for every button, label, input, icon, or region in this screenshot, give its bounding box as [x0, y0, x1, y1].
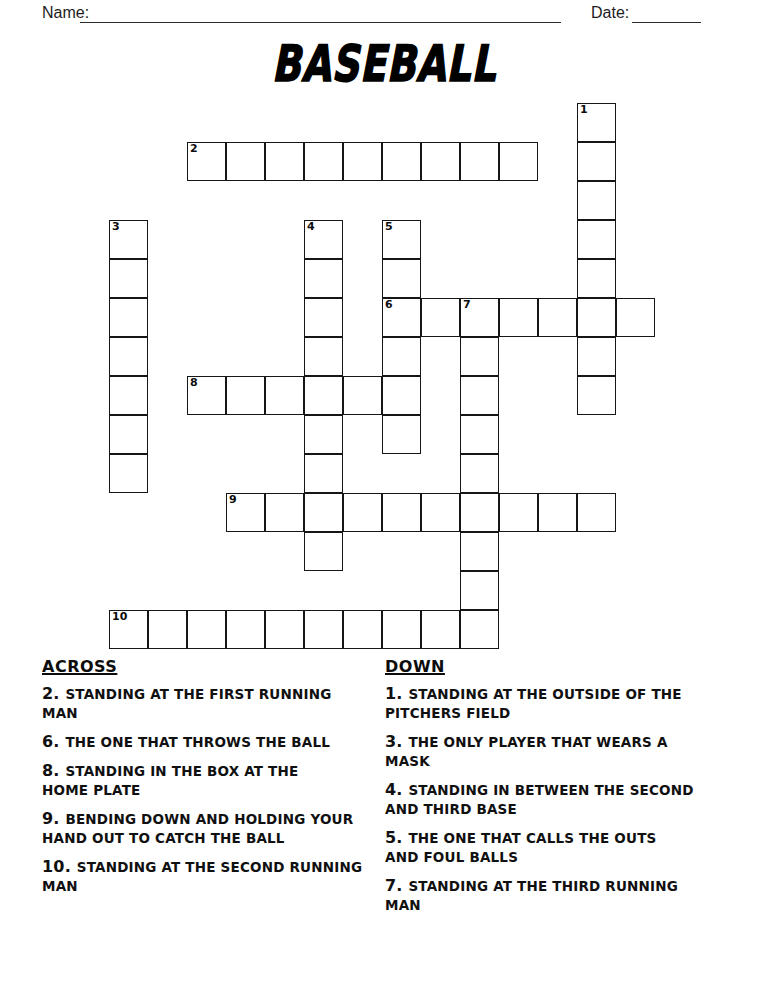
empty-space: [421, 259, 460, 298]
empty-space: [616, 376, 655, 415]
cell-number-4: 4: [307, 220, 315, 233]
down-clue-4: 4. STANDING IN BETWEEN THE SECOND AND TH…: [385, 780, 735, 819]
cell-number-8: 8: [190, 376, 198, 389]
grid-cell-r10c9[interactable]: [460, 493, 499, 532]
grid-cell-r11c9[interactable]: [460, 532, 499, 571]
name-label: Name:: [42, 4, 89, 22]
grid-cell-r10c5[interactable]: [304, 493, 343, 532]
empty-space: [304, 571, 343, 610]
grid-cell-r5c13[interactable]: [616, 298, 655, 337]
grid-cell-r6c5[interactable]: [304, 337, 343, 376]
grid-cell-r13c1[interactable]: [148, 610, 187, 649]
empty-space: [148, 259, 187, 298]
grid-cell-r1c12[interactable]: [577, 142, 616, 181]
empty-space: [538, 454, 577, 493]
grid-cell-r13c4[interactable]: [265, 610, 304, 649]
grid-cell-r9c0[interactable]: [109, 454, 148, 493]
empty-space: [460, 220, 499, 259]
grid-cell-r3c5[interactable]: 4: [304, 220, 343, 259]
empty-space: [499, 571, 538, 610]
grid-cell-r5c9[interactable]: 7: [460, 298, 499, 337]
grid-cell-r1c4[interactable]: [265, 142, 304, 181]
down-clue-5: 5. THE ONE THAT CALLS THE OUTS AND FOUL …: [385, 828, 735, 867]
clue-text: THE ONLY PLAYER THAT WEARS A MASK: [385, 734, 668, 769]
empty-space: [343, 103, 382, 142]
empty-space: [226, 259, 265, 298]
grid-cell-r10c10[interactable]: [499, 493, 538, 532]
empty-space: [538, 142, 577, 181]
empty-space: [538, 220, 577, 259]
empty-space: [148, 103, 187, 142]
cell-number-3: 3: [112, 220, 120, 233]
empty-space: [538, 532, 577, 571]
empty-space: [265, 532, 304, 571]
grid-cell-r9c9[interactable]: [460, 454, 499, 493]
clue-number: 9.: [42, 809, 65, 828]
empty-space: [577, 532, 616, 571]
grid-cell-r4c0[interactable]: [109, 259, 148, 298]
clue-text: STANDING IN BETWEEN THE SECOND AND THIRD…: [385, 782, 694, 817]
empty-space: [382, 532, 421, 571]
empty-space: [109, 103, 148, 142]
empty-space: [187, 532, 226, 571]
empty-space: [187, 298, 226, 337]
empty-space: [187, 493, 226, 532]
empty-space: [148, 415, 187, 454]
grid-cell-r7c6[interactable]: [343, 376, 382, 415]
empty-space: [421, 337, 460, 376]
empty-space: [421, 103, 460, 142]
down-clue-1: 1. STANDING AT THE OUTSIDE OF THE PITCHE…: [385, 684, 735, 723]
empty-space: [265, 220, 304, 259]
grid-cell-r7c12[interactable]: [577, 376, 616, 415]
clue-text: STANDING AT THE THIRD RUNNING MAN: [385, 878, 678, 913]
empty-space: [148, 493, 187, 532]
clue-number: 4.: [385, 780, 408, 799]
empty-space: [499, 220, 538, 259]
empty-space: [265, 454, 304, 493]
empty-space: [616, 220, 655, 259]
empty-space: [616, 493, 655, 532]
grid-cell-r6c12[interactable]: [577, 337, 616, 376]
empty-space: [148, 454, 187, 493]
clue-number: 5.: [385, 828, 408, 847]
grid-cell-r7c5[interactable]: [304, 376, 343, 415]
grid-cell-r1c3[interactable]: [226, 142, 265, 181]
across-clue-6: 6. THE ONE THAT THROWS THE BALL: [42, 732, 377, 752]
grid-cell-r2c12[interactable]: [577, 181, 616, 220]
empty-space: [499, 103, 538, 142]
empty-space: [499, 454, 538, 493]
empty-space: [577, 415, 616, 454]
empty-space: [499, 181, 538, 220]
grid-cell-r7c7[interactable]: [382, 376, 421, 415]
grid-cell-r1c2[interactable]: 2: [187, 142, 226, 181]
clue-number: 6.: [42, 732, 65, 751]
empty-space: [148, 220, 187, 259]
empty-space: [538, 376, 577, 415]
empty-space: [577, 454, 616, 493]
grid-cell-r10c12[interactable]: [577, 493, 616, 532]
date-label: Date:: [591, 4, 629, 22]
grid-cell-r1c6[interactable]: [343, 142, 382, 181]
grid-cell-r4c7[interactable]: [382, 259, 421, 298]
crossword-grid: 12345678910: [109, 103, 655, 649]
empty-space: [421, 376, 460, 415]
across-clue-9: 9. BENDING DOWN AND HOLDING YOUR HAND OU…: [42, 809, 377, 848]
grid-cell-r3c12[interactable]: [577, 220, 616, 259]
empty-space: [226, 415, 265, 454]
empty-space: [616, 181, 655, 220]
empty-space: [265, 298, 304, 337]
grid-cell-r13c3[interactable]: [226, 610, 265, 649]
clue-text: STANDING AT THE FIRST RUNNING MAN: [42, 686, 332, 721]
grid-cell-r11c5[interactable]: [304, 532, 343, 571]
empty-space: [226, 571, 265, 610]
worksheet-page: Name: Date: BASEBALL 12345678910 Across …: [0, 0, 768, 994]
empty-space: [343, 259, 382, 298]
empty-space: [187, 571, 226, 610]
empty-space: [343, 181, 382, 220]
clue-text: STANDING AT THE OUTSIDE OF THE PITCHERS …: [385, 686, 682, 721]
grid-cell-r6c7[interactable]: [382, 337, 421, 376]
empty-space: [187, 259, 226, 298]
empty-space: [499, 376, 538, 415]
across-heading: Across: [42, 657, 377, 676]
empty-space: [226, 220, 265, 259]
grid-cell-r7c9[interactable]: [460, 376, 499, 415]
across-clue-list: 2. STANDING AT THE FIRST RUNNING MAN6. T…: [42, 684, 377, 896]
empty-space: [616, 454, 655, 493]
empty-space: [616, 415, 655, 454]
grid-cell-r4c12[interactable]: [577, 259, 616, 298]
empty-space: [577, 571, 616, 610]
grid-cell-r10c8[interactable]: [421, 493, 460, 532]
empty-space: [265, 181, 304, 220]
grid-cell-r3c7[interactable]: 5: [382, 220, 421, 259]
clue-text: THE ONE THAT CALLS THE OUTS AND FOUL BAL…: [385, 830, 657, 865]
empty-space: [616, 571, 655, 610]
grid-cell-r5c10[interactable]: [499, 298, 538, 337]
empty-space: [538, 337, 577, 376]
cell-number-1: 1: [580, 103, 588, 116]
cell-number-10: 10: [112, 610, 127, 623]
empty-space: [538, 103, 577, 142]
empty-space: [382, 454, 421, 493]
grid-cell-r7c3[interactable]: [226, 376, 265, 415]
empty-space: [499, 259, 538, 298]
grid-cell-r13c0[interactable]: 10: [109, 610, 148, 649]
empty-space: [109, 532, 148, 571]
empty-space: [265, 259, 304, 298]
empty-space: [109, 142, 148, 181]
empty-space: [148, 142, 187, 181]
grid-cell-r13c9[interactable]: [460, 610, 499, 649]
empty-space: [538, 181, 577, 220]
grid-cell-r5c8[interactable]: [421, 298, 460, 337]
empty-space: [538, 571, 577, 610]
grid-cell-r8c9[interactable]: [460, 415, 499, 454]
across-clue-2: 2. STANDING AT THE FIRST RUNNING MAN: [42, 684, 377, 723]
empty-space: [265, 337, 304, 376]
grid-cell-r6c0[interactable]: [109, 337, 148, 376]
empty-space: [148, 571, 187, 610]
empty-space: [460, 181, 499, 220]
empty-space: [109, 181, 148, 220]
empty-space: [304, 103, 343, 142]
empty-space: [343, 415, 382, 454]
clue-text: THE ONE THAT THROWS THE BALL: [65, 734, 330, 750]
empty-space: [616, 532, 655, 571]
grid-cell-r9c5[interactable]: [304, 454, 343, 493]
grid-cell-r13c8[interactable]: [421, 610, 460, 649]
empty-space: [109, 571, 148, 610]
empty-space: [421, 532, 460, 571]
grid-cell-r13c7[interactable]: [382, 610, 421, 649]
empty-space: [265, 571, 304, 610]
grid-cell-r10c6[interactable]: [343, 493, 382, 532]
across-clue-8: 8. STANDING IN THE BOX AT THE HOME PLATE: [42, 761, 377, 800]
empty-space: [343, 220, 382, 259]
empty-space: [187, 181, 226, 220]
empty-space: [499, 532, 538, 571]
empty-space: [343, 532, 382, 571]
empty-space: [226, 103, 265, 142]
empty-space: [421, 454, 460, 493]
grid-cell-r13c6[interactable]: [343, 610, 382, 649]
empty-space: [382, 103, 421, 142]
empty-space: [421, 415, 460, 454]
grid-cell-r1c8[interactable]: [421, 142, 460, 181]
grid-cell-r10c11[interactable]: [538, 493, 577, 532]
empty-space: [499, 610, 538, 649]
grid-cell-r0c12[interactable]: 1: [577, 103, 616, 142]
empty-space: [499, 337, 538, 376]
grid-cell-r4c5[interactable]: [304, 259, 343, 298]
clue-number: 2.: [42, 684, 65, 703]
down-clues-section: Down 1. STANDING AT THE OUTSIDE OF THE P…: [385, 657, 735, 924]
empty-space: [148, 376, 187, 415]
grid-cell-r8c5[interactable]: [304, 415, 343, 454]
empty-space: [616, 337, 655, 376]
empty-space: [538, 610, 577, 649]
empty-space: [421, 571, 460, 610]
clue-number: 7.: [385, 876, 408, 895]
grid-cell-r3c0[interactable]: 3: [109, 220, 148, 259]
grid-cell-r8c7[interactable]: [382, 415, 421, 454]
clue-text: STANDING AT THE SECOND RUNNING MAN: [42, 859, 362, 894]
down-clue-7: 7. STANDING AT THE THIRD RUNNING MAN: [385, 876, 735, 915]
grid-cell-r1c9[interactable]: [460, 142, 499, 181]
grid-cell-r1c7[interactable]: [382, 142, 421, 181]
empty-space: [187, 454, 226, 493]
clue-text: STANDING IN THE BOX AT THE HOME PLATE: [42, 763, 298, 798]
empty-space: [265, 415, 304, 454]
grid-cell-r7c2[interactable]: 8: [187, 376, 226, 415]
empty-space: [343, 454, 382, 493]
puzzle-title: BASEBALL: [92, 36, 676, 92]
empty-space: [460, 103, 499, 142]
empty-space: [499, 415, 538, 454]
grid-cell-r5c7[interactable]: 6: [382, 298, 421, 337]
grid-cell-r1c5[interactable]: [304, 142, 343, 181]
empty-space: [460, 259, 499, 298]
grid-cell-r13c2[interactable]: [187, 610, 226, 649]
empty-space: [187, 103, 226, 142]
cell-number-2: 2: [190, 142, 198, 155]
empty-space: [382, 571, 421, 610]
date-fill-in-line[interactable]: [632, 22, 701, 23]
empty-space: [616, 610, 655, 649]
grid-cell-r13c5[interactable]: [304, 610, 343, 649]
empty-space: [187, 220, 226, 259]
across-clues-section: Across 2. STANDING AT THE FIRST RUNNING …: [42, 657, 377, 905]
grid-cell-r5c11[interactable]: [538, 298, 577, 337]
cell-number-6: 6: [385, 298, 393, 311]
empty-space: [343, 571, 382, 610]
empty-space: [148, 298, 187, 337]
empty-space: [538, 259, 577, 298]
empty-space: [616, 259, 655, 298]
cell-number-7: 7: [463, 298, 471, 311]
grid-cell-r1c10[interactable]: [499, 142, 538, 181]
grid-cell-r10c4[interactable]: [265, 493, 304, 532]
clue-number: 8.: [42, 761, 65, 780]
grid-cell-r12c9[interactable]: [460, 571, 499, 610]
empty-space: [109, 493, 148, 532]
clue-number: 10.: [42, 857, 77, 876]
empty-space: [421, 181, 460, 220]
empty-space: [616, 142, 655, 181]
empty-space: [577, 610, 616, 649]
grid-cell-r10c7[interactable]: [382, 493, 421, 532]
grid-cell-r10c3[interactable]: 9: [226, 493, 265, 532]
down-heading: Down: [385, 657, 735, 676]
grid-cell-r8c0[interactable]: [109, 415, 148, 454]
grid-cell-r7c4[interactable]: [265, 376, 304, 415]
grid-cell-r5c0[interactable]: [109, 298, 148, 337]
empty-space: [382, 181, 421, 220]
grid-cell-r5c5[interactable]: [304, 298, 343, 337]
empty-space: [226, 532, 265, 571]
down-clue-list: 1. STANDING AT THE OUTSIDE OF THE PITCHE…: [385, 684, 735, 915]
clue-number: 3.: [385, 732, 408, 751]
empty-space: [148, 337, 187, 376]
empty-space: [226, 181, 265, 220]
empty-space: [616, 103, 655, 142]
empty-space: [187, 337, 226, 376]
clue-number: 1.: [385, 684, 408, 703]
clue-text: BENDING DOWN AND HOLDING YOUR HAND OUT T…: [42, 811, 353, 846]
empty-space: [421, 220, 460, 259]
empty-space: [343, 298, 382, 337]
cell-number-5: 5: [385, 220, 393, 233]
cell-number-9: 9: [229, 493, 237, 506]
empty-space: [148, 181, 187, 220]
grid-cell-r7c0[interactable]: [109, 376, 148, 415]
empty-space: [187, 415, 226, 454]
name-fill-in-line[interactable]: [80, 22, 561, 23]
empty-space: [226, 298, 265, 337]
empty-space: [343, 337, 382, 376]
grid-cell-r5c12[interactable]: [577, 298, 616, 337]
empty-space: [148, 532, 187, 571]
empty-space: [226, 454, 265, 493]
empty-space: [265, 103, 304, 142]
empty-space: [226, 337, 265, 376]
empty-space: [538, 415, 577, 454]
across-clue-10: 10. STANDING AT THE SECOND RUNNING MAN: [42, 857, 377, 896]
down-clue-3: 3. THE ONLY PLAYER THAT WEARS A MASK: [385, 732, 735, 771]
grid-cell-r6c9[interactable]: [460, 337, 499, 376]
empty-space: [304, 181, 343, 220]
